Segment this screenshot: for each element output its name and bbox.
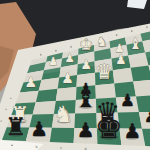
scene-svg: abcdefgh♚♞♟♟♟♝♟♟♟♟♛♟♝♟♜♞♛♟♜♟♟♚♟: [0, 0, 150, 150]
black-pawn: ♟: [77, 118, 95, 142]
white-pawn: ♟: [48, 55, 58, 68]
black-bishop: ♝: [75, 85, 96, 112]
board-square: [33, 101, 56, 115]
white-bishop: ♝: [129, 35, 143, 53]
black-pawn: ♟: [30, 117, 48, 141]
black-king: ♚: [95, 109, 123, 145]
file-label: a: [11, 143, 13, 147]
black-pawn: ♟: [143, 105, 150, 126]
board-square: [56, 87, 77, 101]
far-coordinate-mark: [40, 54, 41, 56]
white-queen: ♛: [95, 60, 114, 84]
white-pawn: ♟: [61, 70, 73, 86]
file-label: c: [60, 146, 62, 150]
far-coordinate-mark: [55, 50, 56, 52]
white-pawn: ♟: [65, 52, 75, 65]
black-rook: ♜: [5, 113, 26, 141]
white-knight: ♞: [54, 101, 74, 127]
file-label: d: [84, 147, 86, 150]
board-square: [50, 128, 75, 143]
white-pawn: ♟: [115, 52, 126, 67]
far-coordinate-mark: [70, 46, 71, 48]
white-knight: ♞: [96, 34, 107, 49]
board-square: [131, 65, 150, 81]
black-pawn: ♟: [123, 119, 141, 143]
far-coordinate-mark: [131, 30, 132, 32]
white-pawn: ♟: [24, 74, 36, 90]
chess-photo-scene: abcdefgh♚♞♟♟♟♝♟♟♟♟♛♟♝♟♜♞♛♟♜♟♟♚♟: [0, 0, 150, 150]
rank-coordinate-mark: [5, 109, 7, 110]
white-pawn: ♟: [80, 57, 91, 72]
white-king: ♚: [79, 35, 93, 54]
far-coordinate-mark: [116, 34, 117, 36]
rank-coordinate-mark: [10, 98, 12, 99]
file-label: b: [36, 145, 38, 149]
file-label: e: [109, 149, 111, 150]
board-square: [133, 80, 150, 97]
black-pawn: ♟: [120, 90, 135, 110]
board-square: [113, 68, 133, 84]
far-coordinate-mark: [146, 26, 147, 28]
rank-coordinate-mark: [0, 121, 2, 122]
